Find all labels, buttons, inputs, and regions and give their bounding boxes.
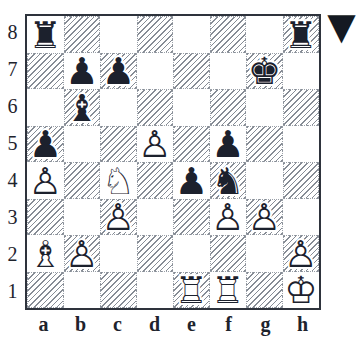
square-c6 [100,89,137,126]
triangle-down-icon: ▼ [327,8,355,45]
file-label-g: g [247,310,284,338]
square-a5: ♟♟ [27,126,64,163]
square-a1 [27,272,64,309]
white-king-h1: ♚♔ [283,272,320,309]
piece-glyph: ♟ [211,126,244,163]
black-rook-h8: ♜♜ [284,17,319,52]
square-b2: ♟♙ [64,235,101,272]
white-pawn-h2: ♟♙ [284,236,319,271]
square-f4: ♞♞ [210,162,247,199]
piece-glyph: ♟ [29,126,62,163]
square-h6 [283,89,320,126]
rank-labels: 87654321 [0,14,25,310]
square-a7 [27,53,64,90]
square-c2 [100,235,137,272]
square-f8 [210,16,247,53]
square-f3: ♟♙ [210,199,247,236]
square-h3 [283,199,320,236]
white-pawn-a4: ♟♙ [27,162,64,199]
square-d3 [137,199,174,236]
piece-glyph: ♚ [248,53,281,90]
square-h2: ♟♙ [283,235,320,272]
rank-label-2: 2 [0,236,25,273]
chess-diagram: 87654321 ♜♜♜♜♟♟♟♟♚♚♝♝♟♟♟♙♟♟♟♙♞♘♟♟♞♞♟♙♟♙♟… [0,0,357,340]
piece-glyph: ♟ [175,163,208,200]
square-d4 [137,162,174,199]
square-d7 [137,53,174,90]
square-b5 [64,126,101,163]
square-d2 [137,235,174,272]
square-h8: ♜♜ [283,16,320,53]
square-c4: ♞♘ [100,162,137,199]
black-pawn-c7: ♟♟ [101,54,136,89]
board: ♜♜♜♜♟♟♟♟♚♚♝♝♟♟♟♙♟♟♟♙♞♘♟♟♞♞♟♙♟♙♟♙♝♗♟♙♟♙♜♖… [25,14,321,310]
piece-glyph: ♙ [211,199,244,236]
piece-glyph: ♟ [102,53,135,90]
black-rook-a8: ♜♜ [27,16,64,53]
rank-label-3: 3 [0,199,25,236]
piece-glyph: ♖ [211,272,244,309]
square-g6 [246,89,283,126]
square-g4 [246,162,283,199]
piece-glyph: ♙ [284,236,317,273]
black-knight-f4: ♞♞ [211,163,246,198]
black-pawn-f5: ♟♟ [210,126,247,163]
rank-label-8: 8 [0,14,25,51]
white-pawn-f3: ♟♙ [210,199,247,236]
square-d1 [137,272,174,309]
square-a3 [27,199,64,236]
square-h7 [283,53,320,90]
piece-glyph: ♙ [65,236,98,273]
piece-glyph: ♜ [284,17,317,54]
square-b7: ♟♟ [64,53,101,90]
square-h1: ♚♔ [283,272,320,309]
square-c7: ♟♟ [100,53,137,90]
square-d8 [137,16,174,53]
square-f1: ♜♖ [210,272,247,309]
file-label-b: b [62,310,99,338]
black-pawn-a5: ♟♟ [28,127,63,162]
square-f7 [210,53,247,90]
piece-glyph: ♘ [102,163,135,200]
rank-label-4: 4 [0,162,25,199]
square-b4 [64,162,101,199]
piece-glyph: ♙ [29,163,62,200]
white-rook-e1: ♜♖ [174,273,209,308]
square-a8: ♜♜ [27,16,64,53]
file-labels: abcdefgh [25,310,321,338]
square-e5 [173,126,210,163]
rank-label-5: 5 [0,125,25,162]
square-b1 [64,272,101,309]
square-c1 [100,272,137,309]
square-e2 [173,235,210,272]
square-g7: ♚♚ [246,53,283,90]
square-e6 [173,89,210,126]
square-g1 [246,272,283,309]
square-b3 [64,199,101,236]
square-f2 [210,235,247,272]
square-g3: ♟♙ [246,199,283,236]
rank-label-6: 6 [0,88,25,125]
square-h4 [283,162,320,199]
white-rook-f1: ♜♖ [210,272,247,309]
square-a6 [27,89,64,126]
file-label-h: h [284,310,321,338]
piece-glyph: ♞ [211,163,244,200]
square-c8 [100,16,137,53]
piece-glyph: ♝ [65,90,98,127]
black-pawn-b7: ♟♟ [64,53,101,90]
black-bishop-b6: ♝♝ [65,90,100,125]
black-to-move-indicator: ▼ [326,10,357,42]
square-d5: ♟♙ [137,126,174,163]
square-b8 [64,16,101,53]
rank-label-1: 1 [0,273,25,310]
square-e7 [173,53,210,90]
piece-glyph: ♙ [248,199,281,236]
square-e4: ♟♟ [173,162,210,199]
piece-glyph: ♜ [29,17,62,54]
file-label-d: d [136,310,173,338]
white-knight-c4: ♞♘ [100,162,137,199]
square-a4: ♟♙ [27,162,64,199]
square-a2: ♝♗ [27,235,64,272]
square-c5 [100,126,137,163]
white-pawn-g3: ♟♙ [247,200,282,235]
square-d6 [137,89,174,126]
square-f6 [210,89,247,126]
piece-glyph: ♙ [102,199,135,236]
file-label-a: a [25,310,62,338]
square-b6: ♝♝ [64,89,101,126]
square-g5 [246,126,283,163]
black-pawn-e4: ♟♟ [173,162,210,199]
square-h5 [283,126,320,163]
piece-glyph: ♗ [29,236,62,273]
file-label-e: e [173,310,210,338]
square-g8 [246,16,283,53]
square-g2 [246,235,283,272]
white-pawn-b2: ♟♙ [65,236,100,271]
file-label-c: c [99,310,136,338]
black-king-g7: ♚♚ [247,54,282,89]
square-f5: ♟♟ [210,126,247,163]
square-e3 [173,199,210,236]
piece-glyph: ♖ [175,272,208,309]
square-c3: ♟♙ [100,199,137,236]
file-label-f: f [210,310,247,338]
rank-label-7: 7 [0,51,25,88]
white-pawn-d5: ♟♙ [137,126,174,163]
square-e8 [173,16,210,53]
piece-glyph: ♔ [284,272,317,309]
piece-glyph: ♙ [138,126,171,163]
piece-glyph: ♟ [65,53,98,90]
square-e1: ♜♖ [173,272,210,309]
white-pawn-c3: ♟♙ [101,200,136,235]
white-bishop-a2: ♝♗ [27,235,64,272]
